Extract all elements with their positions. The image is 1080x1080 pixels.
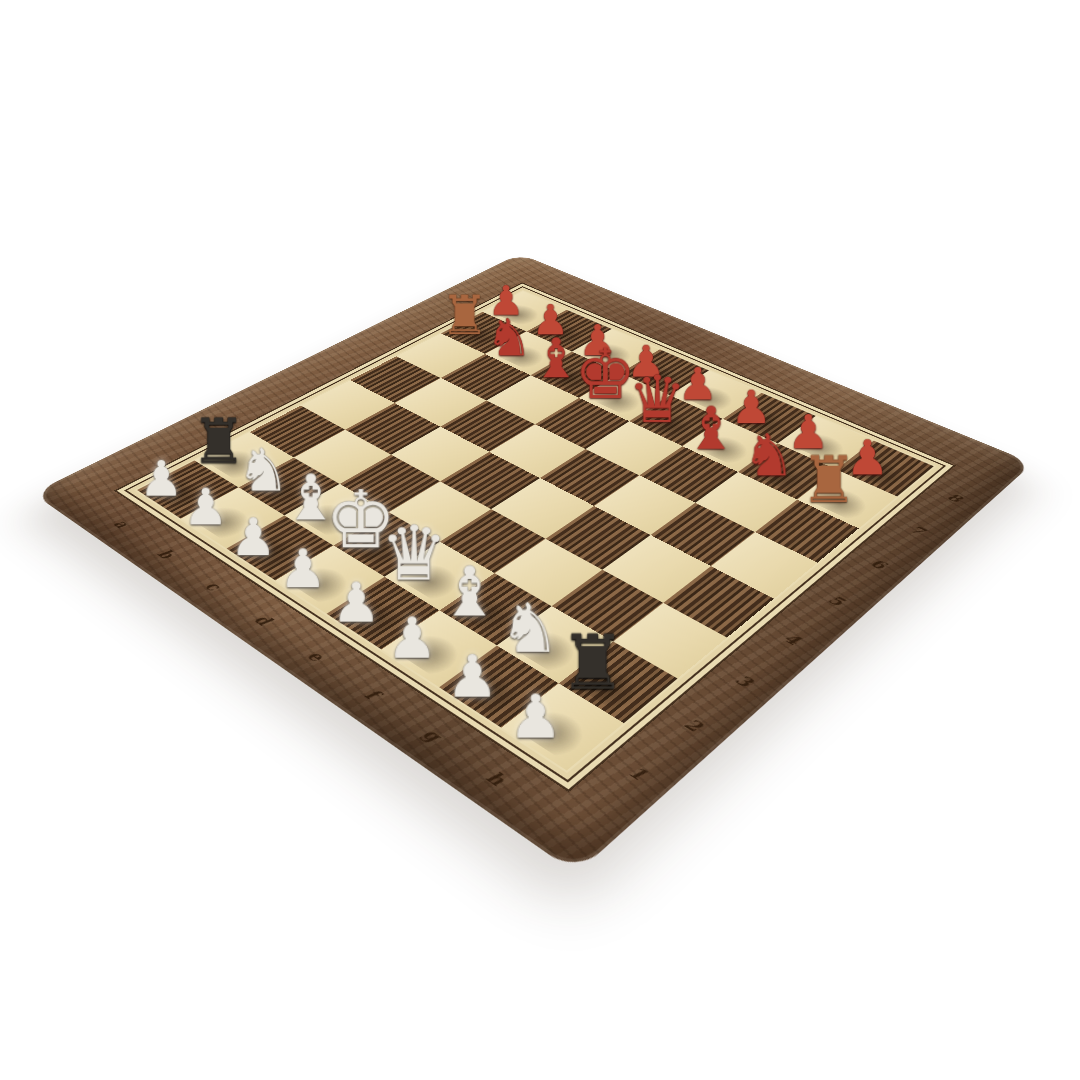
rank-label-7: 7 <box>907 523 929 537</box>
square-h1[interactable]: ♟ <box>501 683 624 771</box>
rank-label-5: 5 <box>825 592 849 608</box>
rank-label-4: 4 <box>780 631 805 648</box>
file-label-c: c <box>201 578 226 593</box>
rank-label-2: 2 <box>680 715 707 735</box>
rank-label-6: 6 <box>867 557 890 572</box>
file-label-g: g <box>418 725 446 745</box>
file-label-a: a <box>109 517 133 531</box>
piece-white-pawn-h1[interactable]: ♟ <box>456 686 616 746</box>
rank-label-8: 8 <box>944 491 965 505</box>
file-label-f: f <box>360 686 384 703</box>
file-label-h: h <box>481 767 510 789</box>
square-h7[interactable]: ♜ <box>797 469 898 528</box>
file-label-d: d <box>250 612 276 629</box>
rank-label-1: 1 <box>624 762 652 784</box>
file-label-e: e <box>303 647 329 664</box>
rank-label-3: 3 <box>731 671 757 690</box>
board-inlay-frame: ♟♟♟♟♟♟♟♟♜♞♝♚♛♝♞♜♜♞♝♚♛♝♞♜♟♟♟♟♟♟♟♟ <box>114 282 956 792</box>
piece-red-rook-h7[interactable]: ♜ <box>763 448 894 512</box>
board-grid: ♟♟♟♟♟♟♟♟♜♞♝♚♛♝♞♜♜♞♝♚♛♝♞♜♟♟♟♟♟♟♟♟ <box>137 291 934 770</box>
square-b5[interactable] <box>394 378 486 427</box>
chess-board: ♟♟♟♟♟♟♟♟♜♞♝♚♛♝♞♜♜♞♝♚♛♝♞♜♟♟♟♟♟♟♟♟ abcdefg… <box>33 254 1033 874</box>
product-photo: ♟♟♟♟♟♟♟♟♜♞♝♚♛♝♞♜♜♞♝♚♛♝♞♜♟♟♟♟♟♟♟♟ abcdefg… <box>0 0 1080 1080</box>
perspective-viewport: ♟♟♟♟♟♟♟♟♜♞♝♚♛♝♞♜♜♞♝♚♛♝♞♜♟♟♟♟♟♟♟♟ abcdefg… <box>0 0 1080 1080</box>
file-label-b: b <box>153 546 178 561</box>
